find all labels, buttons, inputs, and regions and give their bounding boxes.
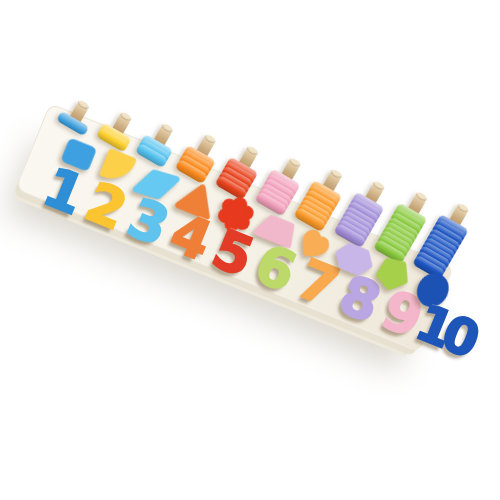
number-10: 10	[394, 290, 496, 370]
number-label: 10	[408, 293, 481, 368]
puzzle-board-wrap: 12345678910	[15, 103, 454, 353]
product-photo: 12345678910	[0, 0, 500, 500]
board-content: 12345678910	[50, 103, 454, 266]
